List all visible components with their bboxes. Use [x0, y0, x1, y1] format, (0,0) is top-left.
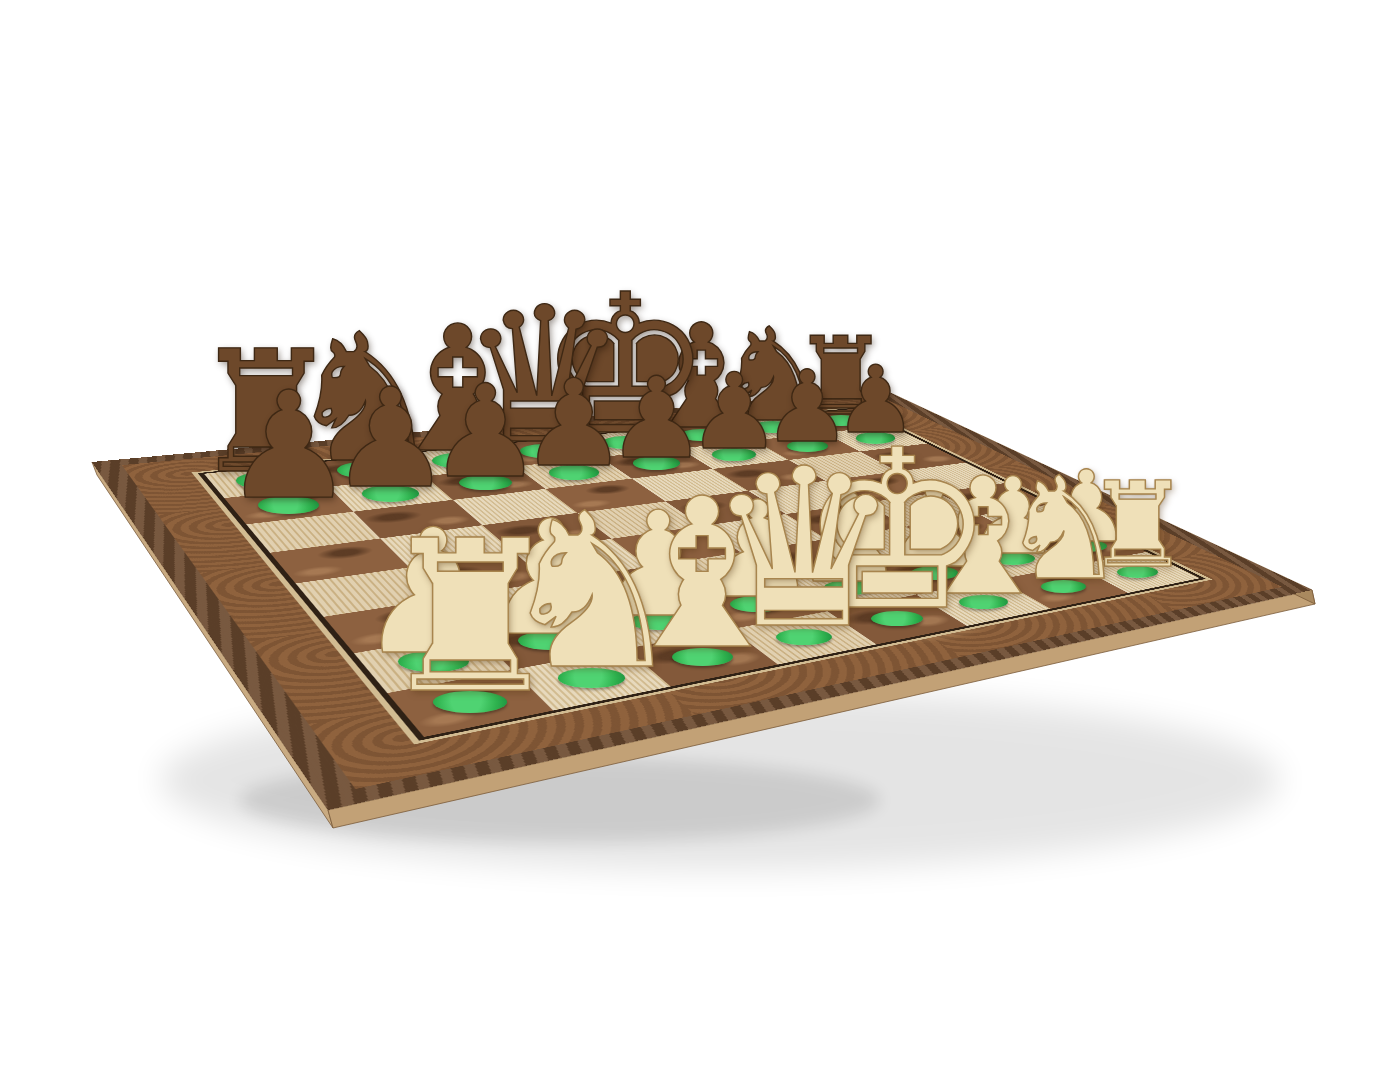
piece-black-pawn-a7: ♟ [223, 372, 356, 520]
pieces-layer: ♜♞♝♟♚♟♛♟♝♟♞♟♜♟♟♟♟♟♜♟♞♟♝♟♚♟♛♟♝♟♞♜ [0, 0, 1400, 1082]
product-photo-stage: ♜♞♝♟♚♟♛♟♝♟♞♟♜♟♟♟♟♟♜♟♞♟♝♟♚♟♛♟♝♟♞♜ [0, 0, 1400, 1082]
piece-white-rook-a1: ♜ [376, 513, 564, 723]
